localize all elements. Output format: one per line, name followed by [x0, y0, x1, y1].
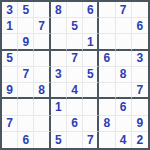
sudoku-cell-empty[interactable]: [83, 83, 99, 99]
sudoku-cell-empty[interactable]: [67, 99, 83, 115]
sudoku-cell-given[interactable]: 3: [132, 51, 148, 67]
sudoku-cell-empty[interactable]: [2, 34, 18, 50]
sudoku-cell-empty[interactable]: [67, 34, 83, 50]
sudoku-cell-empty[interactable]: [67, 132, 83, 148]
sudoku-cell-empty[interactable]: [34, 34, 50, 50]
sudoku-cell-empty[interactable]: [116, 34, 132, 50]
sudoku-cell-given[interactable]: 6: [18, 132, 34, 148]
sudoku-cell-given[interactable]: 6: [116, 99, 132, 115]
sudoku-cell-empty[interactable]: [99, 132, 115, 148]
sudoku-cell-given[interactable]: 5: [2, 51, 18, 67]
sudoku-cell-given[interactable]: 4: [116, 132, 132, 148]
sudoku-cell-given[interactable]: 7: [67, 51, 83, 67]
sudoku-cell-empty[interactable]: [51, 83, 67, 99]
sudoku-cell-empty[interactable]: [18, 83, 34, 99]
sudoku-cell-given[interactable]: 6: [132, 18, 148, 34]
sudoku-cell-given[interactable]: 7: [116, 2, 132, 18]
sudoku-cell-given[interactable]: 6: [67, 116, 83, 132]
sudoku-cell-given[interactable]: 9: [18, 34, 34, 50]
sudoku-cell-given[interactable]: 7: [34, 18, 50, 34]
sudoku-cell-empty[interactable]: [83, 99, 99, 115]
sudoku-cell-empty[interactable]: [18, 18, 34, 34]
sudoku-cell-empty[interactable]: [99, 99, 115, 115]
sudoku-cell-given[interactable]: 6: [83, 2, 99, 18]
sudoku-cell-given[interactable]: 9: [2, 83, 18, 99]
sudoku-cell-given[interactable]: 5: [51, 132, 67, 148]
sudoku-cell-given[interactable]: 4: [67, 83, 83, 99]
sudoku-cell-empty[interactable]: [83, 116, 99, 132]
sudoku-cell-given[interactable]: 7: [2, 116, 18, 132]
sudoku-cell-given[interactable]: 8: [51, 2, 67, 18]
sudoku-board: 3586717569157637358984716768965742: [0, 0, 150, 150]
sudoku-cell-empty[interactable]: [34, 132, 50, 148]
sudoku-cell-empty[interactable]: [99, 18, 115, 34]
sudoku-cell-empty[interactable]: [116, 116, 132, 132]
sudoku-cell-given[interactable]: 5: [67, 18, 83, 34]
sudoku-cell-empty[interactable]: [34, 67, 50, 83]
sudoku-cell-empty[interactable]: [2, 67, 18, 83]
sudoku-cell-empty[interactable]: [67, 2, 83, 18]
sudoku-cell-empty[interactable]: [51, 116, 67, 132]
sudoku-cell-given[interactable]: 1: [51, 99, 67, 115]
sudoku-cell-given[interactable]: 1: [2, 18, 18, 34]
sudoku-cell-given[interactable]: 8: [99, 116, 115, 132]
sudoku-cell-given[interactable]: 7: [18, 67, 34, 83]
sudoku-cell-given[interactable]: 9: [132, 116, 148, 132]
sudoku-cell-empty[interactable]: [34, 99, 50, 115]
sudoku-cell-given[interactable]: 8: [34, 83, 50, 99]
sudoku-cell-empty[interactable]: [99, 67, 115, 83]
sudoku-cell-empty[interactable]: [116, 83, 132, 99]
sudoku-cell-empty[interactable]: [83, 18, 99, 34]
sudoku-cell-empty[interactable]: [132, 34, 148, 50]
sudoku-cell-empty[interactable]: [67, 67, 83, 83]
sudoku-cell-empty[interactable]: [2, 99, 18, 115]
sudoku-cell-empty[interactable]: [116, 51, 132, 67]
sudoku-cell-empty[interactable]: [18, 51, 34, 67]
sudoku-cell-empty[interactable]: [83, 51, 99, 67]
sudoku-cell-empty[interactable]: [18, 116, 34, 132]
sudoku-cell-empty[interactable]: [116, 18, 132, 34]
sudoku-cell-empty[interactable]: [132, 67, 148, 83]
sudoku-cell-empty[interactable]: [34, 2, 50, 18]
sudoku-cell-given[interactable]: 5: [18, 2, 34, 18]
sudoku-cell-given[interactable]: 3: [2, 2, 18, 18]
sudoku-cell-given[interactable]: 8: [116, 67, 132, 83]
sudoku-cell-given[interactable]: 1: [83, 34, 99, 50]
sudoku-cell-given[interactable]: 3: [51, 67, 67, 83]
sudoku-cell-given[interactable]: 7: [83, 132, 99, 148]
sudoku-cell-empty[interactable]: [132, 99, 148, 115]
sudoku-cell-empty[interactable]: [34, 51, 50, 67]
sudoku-cell-given[interactable]: 5: [83, 67, 99, 83]
sudoku-cell-empty[interactable]: [99, 34, 115, 50]
sudoku-cell-empty[interactable]: [34, 116, 50, 132]
sudoku-cell-given[interactable]: 2: [132, 132, 148, 148]
sudoku-cell-empty[interactable]: [18, 99, 34, 115]
sudoku-cell-empty[interactable]: [2, 132, 18, 148]
sudoku-cell-empty[interactable]: [99, 2, 115, 18]
sudoku-cell-given[interactable]: 7: [132, 83, 148, 99]
sudoku-cell-empty[interactable]: [51, 51, 67, 67]
sudoku-cell-empty[interactable]: [99, 83, 115, 99]
sudoku-cell-empty[interactable]: [51, 18, 67, 34]
sudoku-cell-empty[interactable]: [132, 2, 148, 18]
sudoku-cell-given[interactable]: 6: [99, 51, 115, 67]
sudoku-cell-empty[interactable]: [51, 34, 67, 50]
